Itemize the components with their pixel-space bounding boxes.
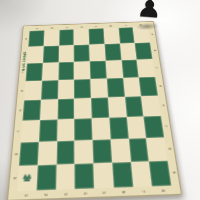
coordinate-label: 8 (152, 186, 173, 195)
coordinate-label: 5 (94, 188, 114, 197)
coordinate-label: 7 (133, 186, 153, 195)
square (141, 96, 161, 117)
coordinate-text: 6 (109, 25, 112, 27)
square (27, 46, 44, 63)
coordinate-text: g (14, 153, 18, 156)
square (109, 117, 128, 139)
coordinate-text: h (171, 171, 176, 174)
coordinate-label: 2 (36, 190, 56, 199)
square (37, 141, 56, 165)
square (110, 139, 130, 163)
square (144, 116, 165, 138)
square (91, 97, 109, 118)
square (92, 118, 111, 140)
square (74, 79, 91, 99)
coordinate-text: d (19, 90, 23, 92)
board-mat: ♞ US CHESS 12345678aabbccddeeffggh♞♞h123… (7, 21, 182, 200)
chess-board: ♞ US CHESS 12345678aabbccddeeffggh♞♞h123… (7, 21, 182, 200)
square (92, 139, 111, 163)
coordinate-text: a (150, 34, 154, 36)
square: ♞♞ (17, 165, 38, 191)
square (42, 62, 59, 80)
square (74, 61, 90, 79)
square (74, 45, 90, 62)
coordinate-text: 4 (82, 191, 86, 194)
us-chess-logo: ♞♞ (17, 165, 38, 191)
square (40, 99, 58, 120)
coordinate-text: 1 (24, 193, 28, 196)
coordinate-text: f (164, 126, 168, 127)
square (107, 78, 125, 98)
square (89, 28, 105, 44)
coordinate-text: c (155, 67, 159, 69)
square (21, 120, 40, 142)
coordinate-text: 5 (102, 191, 106, 194)
coordinate-text: 2 (44, 193, 48, 196)
coordinate-text: 7 (141, 189, 146, 192)
square (56, 164, 75, 190)
square (93, 163, 113, 189)
coordinate-text: 3 (63, 192, 67, 195)
square (22, 100, 40, 121)
photo-background: ♞ US CHESS 12345678aabbccddeeffggh♞♞h123… (0, 0, 200, 200)
coordinate-text: 3 (65, 26, 68, 28)
square (108, 97, 127, 118)
coordinate-label: 6 (113, 187, 133, 196)
square (137, 59, 155, 77)
square (26, 63, 43, 81)
coordinate-text: 6 (121, 190, 126, 193)
square (58, 45, 74, 62)
square (59, 29, 74, 45)
coordinate-text: b (153, 50, 157, 52)
coordinate-text: 4 (79, 26, 82, 28)
knight-icon: ♞ (27, 173, 33, 184)
coordinate-text: c (21, 71, 25, 73)
square (24, 81, 42, 101)
square (90, 78, 107, 98)
square (146, 137, 167, 161)
coordinate-text: 2 (50, 27, 53, 29)
coordinate-text: 8 (160, 189, 165, 192)
square (57, 99, 74, 120)
coordinate-label: 1 (16, 190, 36, 199)
square (90, 61, 107, 79)
square (89, 44, 105, 61)
margin-corner (171, 185, 180, 194)
square (149, 161, 171, 187)
square (58, 62, 74, 80)
square (103, 28, 119, 44)
coordinate-text: f (16, 131, 20, 132)
coordinate-text: b (23, 54, 27, 56)
coordinate-label: 3 (55, 189, 75, 198)
square (28, 30, 44, 46)
square (19, 142, 39, 166)
square (75, 140, 94, 164)
black-pawn-piece: ♟ (136, 0, 163, 23)
square (43, 46, 59, 63)
square (74, 98, 91, 119)
square (139, 77, 158, 96)
square (56, 141, 75, 165)
square (39, 119, 57, 141)
coordinate-text: a (24, 38, 27, 40)
square (104, 44, 121, 61)
coordinate-text: e (161, 104, 165, 106)
square (74, 118, 92, 140)
square (43, 30, 59, 46)
coordinate-label: 4 (75, 188, 95, 197)
square (112, 162, 133, 188)
coordinate-text: g (168, 147, 172, 150)
square (58, 80, 75, 100)
square (105, 60, 122, 78)
coordinate-text: 7 (124, 24, 127, 26)
coordinate-text: 1 (35, 27, 38, 29)
coordinate-text: e (18, 109, 22, 111)
square (36, 165, 56, 191)
square (74, 29, 89, 45)
square (75, 163, 94, 189)
square (57, 119, 75, 141)
square (41, 80, 58, 100)
coordinate-text: h (12, 177, 16, 180)
coordinate-text: 5 (94, 25, 97, 27)
coordinate-text: d (158, 85, 162, 87)
square (135, 42, 153, 59)
